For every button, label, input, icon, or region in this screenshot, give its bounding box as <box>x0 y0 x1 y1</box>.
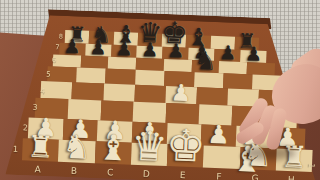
chess-scene: ABCDEFGH123456781 ♜♞♝♛♚♝♜♟♟♟♟♟♟♟♟♞♟♟♟♟♟♟… <box>0 0 320 180</box>
player-hand <box>0 0 320 180</box>
